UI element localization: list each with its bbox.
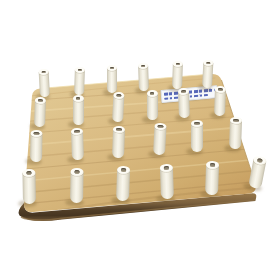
peg-hole-icon (42, 71, 46, 74)
peg-r3c3[interactable] (112, 126, 125, 158)
peg-hole-icon (194, 122, 199, 125)
peg-top (230, 117, 242, 124)
peg-body (39, 72, 50, 97)
peg-top (113, 126, 125, 133)
peg-top (22, 169, 35, 177)
peg-body (116, 170, 130, 201)
peg-hole-icon (181, 90, 186, 93)
peg-hole-icon (78, 69, 82, 72)
peg-hole-icon (176, 63, 180, 66)
peg-hole-icon (209, 163, 215, 166)
peg-hole-icon (38, 99, 43, 102)
peg-hole-icon (158, 125, 163, 128)
peg-r3c6[interactable] (229, 117, 242, 149)
peg-body (30, 133, 42, 162)
peg-r3c1[interactable] (30, 130, 43, 162)
peg-hole-icon (74, 170, 80, 173)
peg-r1c1[interactable] (39, 69, 50, 97)
peg-r1c5[interactable] (172, 61, 183, 89)
peg-hole-icon (110, 67, 114, 69)
peg-r2c4[interactable] (147, 90, 158, 120)
peg-r1c4[interactable] (138, 63, 149, 91)
peg-top (34, 97, 45, 104)
peg-body (71, 131, 84, 160)
peg-body (147, 94, 158, 121)
peg-body (159, 168, 173, 199)
peg-hole-icon (34, 132, 39, 135)
peg-hole-icon (218, 88, 223, 91)
peg-body (107, 68, 117, 93)
peg-r1c3[interactable] (107, 65, 117, 93)
peg-body (74, 70, 85, 95)
peg-top (75, 67, 85, 73)
peg-top (147, 90, 158, 97)
peg-top (173, 61, 183, 67)
peg-top (159, 164, 172, 172)
peg-hole-icon (120, 168, 126, 171)
peg-hole-icon (163, 166, 169, 169)
peg-r1c2[interactable] (74, 67, 85, 95)
peg-r3c5[interactable] (191, 120, 203, 152)
peg-hole-icon (74, 130, 79, 133)
peg-hole-icon (26, 171, 32, 174)
peg-hole-icon (141, 65, 145, 68)
peg-top (30, 130, 42, 137)
peg-hole-icon (76, 97, 81, 100)
peg-body (229, 120, 242, 149)
peg-top (73, 95, 84, 102)
peg-r4c4[interactable] (159, 164, 173, 199)
peg-r1c6[interactable] (202, 60, 213, 88)
peg-body (112, 95, 124, 122)
peg-r4c3[interactable] (116, 166, 130, 201)
peg-r3c2[interactable] (71, 128, 84, 160)
peg-top (116, 166, 129, 174)
pegboard-photo (0, 0, 280, 280)
peg-body (73, 99, 84, 126)
peg-hole-icon (256, 158, 262, 162)
peg-top (191, 120, 203, 127)
peg-body (22, 173, 36, 204)
peg-top (214, 86, 225, 93)
peg-r2c3[interactable] (112, 92, 125, 123)
peg-r2c5[interactable] (177, 88, 189, 118)
peg-r2c1[interactable] (34, 97, 46, 127)
peg-r3c4[interactable] (153, 123, 167, 156)
peg-top (205, 161, 218, 169)
peg-body (153, 126, 166, 155)
peg-body (178, 91, 190, 118)
peg-hole-icon (206, 62, 210, 65)
peg-r4c5[interactable] (205, 161, 219, 195)
peg-r2c2[interactable] (73, 95, 84, 125)
peg-hole-icon (116, 94, 121, 97)
peg-r4c1[interactable] (22, 169, 36, 204)
peg-body (214, 89, 226, 116)
peg-top (70, 168, 83, 176)
peg-hole-icon (233, 119, 238, 122)
peg-body (202, 63, 213, 88)
peg-body (172, 64, 183, 89)
peg-body (112, 129, 125, 158)
peg-body (205, 165, 219, 195)
peg-body (70, 172, 84, 203)
peg-body (191, 124, 203, 153)
peg-hole-icon (116, 128, 121, 131)
peg-hole-icon (150, 92, 155, 95)
peg-top (177, 88, 188, 95)
peg-body (138, 66, 149, 91)
peg-r2c6[interactable] (214, 86, 226, 116)
peg-body (34, 100, 46, 127)
peg-top (107, 65, 117, 71)
peg-r4c2[interactable] (70, 168, 84, 203)
